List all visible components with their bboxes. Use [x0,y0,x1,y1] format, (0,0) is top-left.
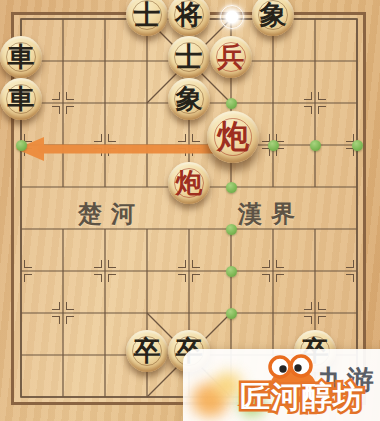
piece-label: 炮 [217,120,249,152]
piece-black-soldier[interactable]: 卒 [126,330,168,372]
move-dot[interactable] [226,98,237,109]
watermark-logo-blob-yellow [214,372,242,398]
stamp-text: 匠河醇坊 [240,377,364,418]
position-mark [93,259,117,283]
highlight-orb [215,0,249,34]
move-dot[interactable] [310,140,321,151]
piece-label: 車 [8,43,35,70]
piece-black-chariot[interactable]: 車 [0,78,42,120]
position-mark [177,259,201,283]
piece-label: 卒 [134,337,161,364]
piece-label: 兵 [218,43,245,70]
position-mark [93,133,117,157]
position-mark [177,133,201,157]
position-mark [51,91,75,115]
piece-black-elephant[interactable]: 象 [168,78,210,120]
position-mark [9,259,33,283]
piece-black-chariot[interactable]: 車 [0,36,42,78]
piece-label: 炮 [176,169,203,196]
piece-red-soldier[interactable]: 兵 [210,36,252,78]
river-label-chu: 楚河 [78,198,144,230]
position-mark [303,301,327,325]
position-mark [303,91,327,115]
move-dot[interactable] [226,266,237,277]
piece-red-cannon[interactable]: 炮 [207,111,259,163]
piece-label: 士 [134,1,161,28]
move-dot[interactable] [226,308,237,319]
move-dot[interactable] [352,140,363,151]
move-dot[interactable] [16,140,27,151]
piece-label: 士 [176,43,203,70]
piece-red-cannon[interactable]: 炮 [168,162,210,204]
position-mark [51,301,75,325]
piece-label: 将 [176,1,203,28]
position-mark [261,259,285,283]
move-dot[interactable] [226,224,237,235]
piece-black-advisor[interactable]: 士 [168,36,210,78]
piece-label: 象 [260,1,287,28]
river-label-han: 漢界 [238,198,304,230]
position-mark [345,259,369,283]
move-dot[interactable] [268,140,279,151]
piece-label: 象 [176,85,203,112]
move-dot[interactable] [226,182,237,193]
piece-label: 車 [8,85,35,112]
